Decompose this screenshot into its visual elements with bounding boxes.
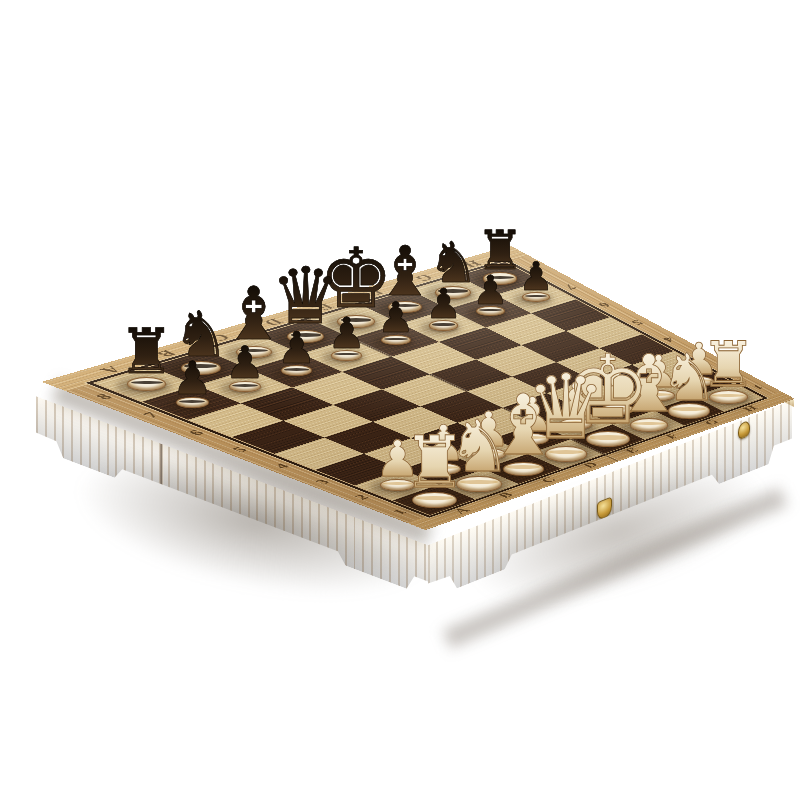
black-pawn-glyph: ♟ <box>425 284 462 325</box>
black-pawn-glyph: ♟ <box>472 270 508 310</box>
piece-white-rook-a1[interactable]: ♜ <box>397 427 471 508</box>
black-pawn-glyph: ♟ <box>172 356 213 402</box>
product-photo-scene: 1122334455667788AABBCCDDEEFFGGHH ♜♞♝♛♚♝♞… <box>0 0 800 800</box>
side-face-groove <box>160 443 162 496</box>
brass-latch-icon <box>738 420 750 441</box>
white-rook-glyph: ♜ <box>403 427 467 498</box>
black-pawn-glyph: ♟ <box>519 257 554 296</box>
black-pawn-glyph: ♟ <box>328 312 366 355</box>
black-pawn-glyph: ♟ <box>225 341 265 386</box>
piece-black-pawn-a7[interactable]: ♟ <box>159 356 225 408</box>
black-pawn-glyph: ♟ <box>377 297 415 339</box>
black-pawn-glyph: ♟ <box>277 326 316 370</box>
brass-clasp-icon <box>597 496 612 521</box>
